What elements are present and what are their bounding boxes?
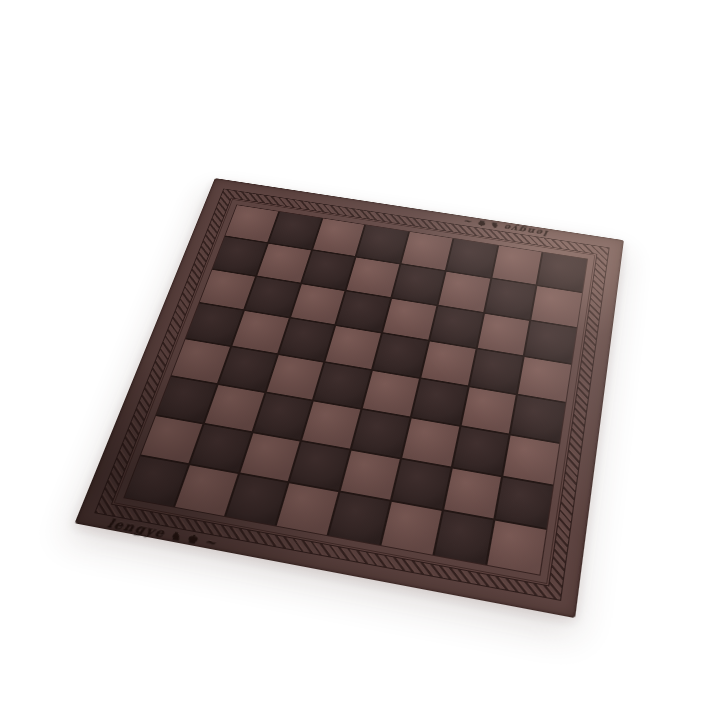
square-f8 [447, 239, 497, 277]
square-b7 [257, 244, 310, 283]
square-h2 [496, 477, 553, 528]
square-f5 [421, 342, 475, 386]
square-d8 [357, 225, 408, 263]
knight-icon: ♞ [490, 221, 500, 229]
product-photo-stage: lengye ♞ ♚ ~ lengye ♞ ♚ ~ [0, 0, 720, 720]
square-g4 [461, 387, 516, 433]
square-d1 [277, 484, 338, 536]
square-e6 [383, 298, 436, 339]
square-g2 [444, 468, 502, 519]
square-f6 [430, 306, 483, 348]
king-icon: ♚ [186, 532, 201, 546]
square-c7 [302, 250, 355, 289]
square-h6 [525, 321, 577, 364]
square-c2 [240, 433, 300, 482]
board-grid [125, 205, 587, 574]
square-f3 [402, 418, 459, 466]
brand-flourish: ~ [462, 217, 474, 227]
square-d4 [314, 363, 370, 408]
square-d5 [326, 326, 381, 369]
square-h8 [538, 252, 587, 291]
square-e1 [329, 493, 390, 545]
square-d7 [347, 257, 399, 296]
knight-icon: ♞ [169, 529, 184, 543]
square-c5 [279, 319, 335, 361]
square-e2 [341, 450, 400, 500]
square-d6 [337, 291, 391, 332]
square-g3 [453, 427, 509, 475]
square-f2 [392, 459, 450, 509]
square-h7 [532, 286, 582, 327]
square-e4 [363, 371, 419, 416]
square-h5 [518, 357, 571, 401]
square-h4 [511, 395, 565, 442]
brand-name-text: lengye [106, 515, 168, 540]
square-e3 [352, 410, 409, 457]
brand-name-text: lengye [503, 223, 550, 238]
square-g1 [434, 511, 493, 564]
square-f7 [438, 272, 489, 312]
king-icon: ♚ [477, 219, 487, 227]
brand-top-label: lengye ♞ ♚ ~ [463, 217, 550, 237]
square-b8 [269, 212, 321, 249]
square-h3 [504, 435, 560, 484]
chessboard-mat: lengye ♞ ♚ ~ lengye ♞ ♚ ~ [75, 178, 624, 618]
square-f4 [412, 379, 467, 425]
square-c4 [266, 355, 323, 399]
square-f1 [381, 502, 441, 555]
square-g8 [492, 246, 542, 285]
square-g6 [477, 313, 529, 355]
brand-flourish: ~ [203, 533, 220, 550]
square-e5 [373, 334, 427, 377]
square-h1 [488, 521, 547, 575]
square-g7 [485, 279, 536, 319]
square-g5 [469, 349, 522, 393]
brand-bottom-label: lengye ♞ ♚ ~ [106, 517, 219, 549]
square-d2 [290, 441, 350, 490]
square-e8 [402, 232, 453, 270]
square-d3 [302, 401, 360, 448]
square-e7 [393, 264, 445, 304]
square-c8 [313, 218, 365, 255]
square-c6 [291, 284, 345, 325]
square-c3 [253, 393, 311, 439]
